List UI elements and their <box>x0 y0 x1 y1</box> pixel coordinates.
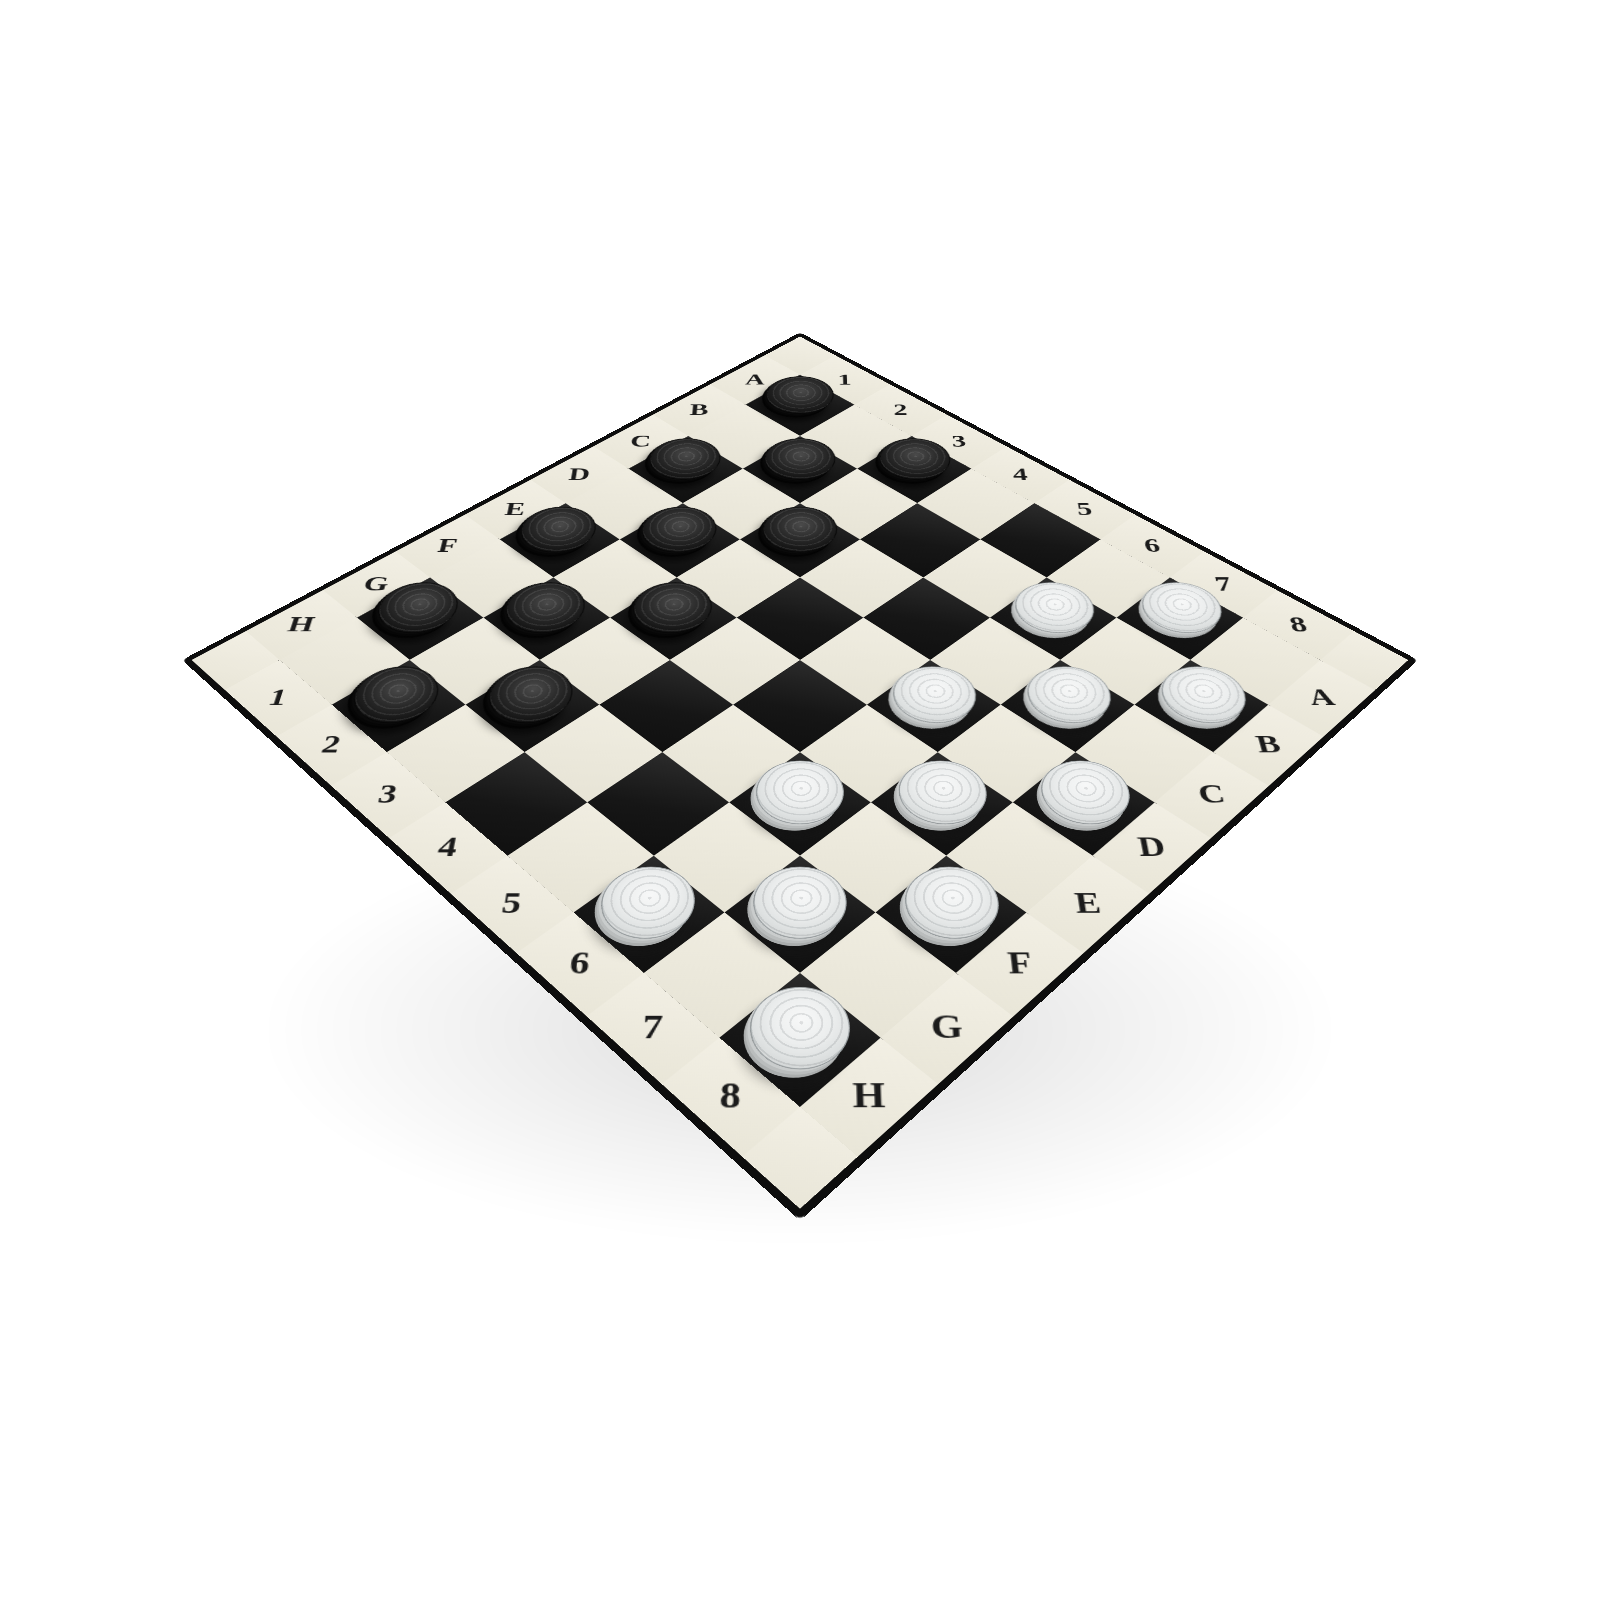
file-label: E <box>504 500 528 518</box>
file-label: A <box>1306 686 1338 709</box>
photo-background: 12345678AABBCCDDEEFFGGHH12345678 <box>0 0 1600 1600</box>
rank-label: 5 <box>500 888 524 917</box>
rank-label: 7 <box>641 1010 664 1044</box>
file-label: G <box>930 1010 964 1044</box>
rank-label: 7 <box>1213 574 1234 594</box>
rank-label: 2 <box>893 402 908 418</box>
rank-label: 6 <box>1142 536 1162 555</box>
rank-label: 3 <box>376 781 400 807</box>
file-label: F <box>1006 947 1034 978</box>
file-label: D <box>568 466 592 483</box>
board-scene: 12345678AABBCCDDEEFFGGHH12345678 <box>363 223 1237 1097</box>
rank-label: 4 <box>1012 466 1029 483</box>
rank-label: 5 <box>1075 500 1094 518</box>
file-label: B <box>1254 732 1284 757</box>
rank-label: 4 <box>436 833 460 861</box>
file-label: A <box>745 372 765 387</box>
rank-label: 8 <box>719 1078 741 1114</box>
rank-label: 3 <box>951 433 967 449</box>
file-label: D <box>1136 833 1168 861</box>
file-label: H <box>853 1078 887 1114</box>
square-F6[interactable] <box>729 752 871 856</box>
rank-label: 8 <box>1287 614 1310 635</box>
rank-label-cell-near-4: 4 <box>389 802 507 893</box>
file-label: H <box>286 614 318 635</box>
file-label: F <box>436 536 459 555</box>
file-label: C <box>1196 781 1228 807</box>
rank-label: 1 <box>266 686 290 709</box>
file-label: G <box>362 574 392 594</box>
file-label: E <box>1073 888 1103 917</box>
file-label: B <box>690 402 710 418</box>
file-label: C <box>630 433 652 449</box>
rank-label: 2 <box>319 732 343 757</box>
rank-label: 6 <box>568 947 591 978</box>
checkers-board: 12345678AABBCCDDEEFFGGHH12345678 <box>182 332 1418 1220</box>
rank-label: 1 <box>838 372 852 387</box>
